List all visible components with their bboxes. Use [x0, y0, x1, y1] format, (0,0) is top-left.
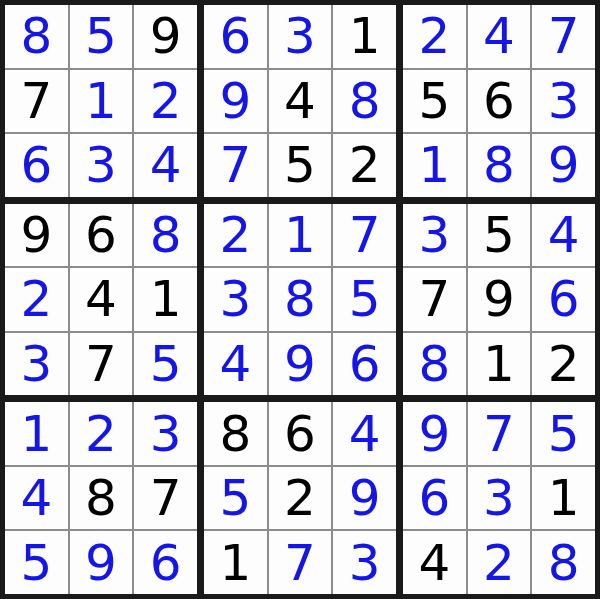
- box-1-1: 859712634: [5, 5, 197, 197]
- cell-r6c8[interactable]: 1: [468, 333, 531, 396]
- cell-r7c3[interactable]: 3: [134, 402, 197, 465]
- cell-r7c2[interactable]: 2: [70, 402, 133, 465]
- cell-r7c7[interactable]: 9: [403, 402, 466, 465]
- cell-r5c5[interactable]: 8: [269, 268, 332, 331]
- cell-r5c1[interactable]: 2: [5, 268, 68, 331]
- cell-r1c7[interactable]: 2: [403, 5, 466, 68]
- cell-r3c9[interactable]: 9: [532, 134, 595, 197]
- cell-r3c8[interactable]: 8: [468, 134, 531, 197]
- cell-r6c4[interactable]: 4: [204, 333, 267, 396]
- cell-r5c2[interactable]: 4: [70, 268, 133, 331]
- cell-r2c3[interactable]: 2: [134, 70, 197, 133]
- cell-r7c6[interactable]: 4: [333, 402, 396, 465]
- cell-r2c4[interactable]: 9: [204, 70, 267, 133]
- cell-r1c2[interactable]: 5: [70, 5, 133, 68]
- cell-r9c9[interactable]: 8: [532, 531, 595, 594]
- cell-r3c3[interactable]: 4: [134, 134, 197, 197]
- box-2-3: 354796812: [403, 204, 595, 396]
- cell-r6c1[interactable]: 3: [5, 333, 68, 396]
- cell-r2c8[interactable]: 6: [468, 70, 531, 133]
- cell-r1c1[interactable]: 8: [5, 5, 68, 68]
- cell-r5c9[interactable]: 6: [532, 268, 595, 331]
- cell-r8c3[interactable]: 7: [134, 467, 197, 530]
- box-2-1: 968241375: [5, 204, 197, 396]
- box-1-3: 247563189: [403, 5, 595, 197]
- cell-r8c2[interactable]: 8: [70, 467, 133, 530]
- cell-r4c5[interactable]: 1: [269, 204, 332, 267]
- cell-r2c7[interactable]: 5: [403, 70, 466, 133]
- cell-r8c7[interactable]: 6: [403, 467, 466, 530]
- cell-r3c7[interactable]: 1: [403, 134, 466, 197]
- cell-r8c9[interactable]: 1: [532, 467, 595, 530]
- cell-r2c6[interactable]: 8: [333, 70, 396, 133]
- cell-r1c8[interactable]: 4: [468, 5, 531, 68]
- cell-r9c5[interactable]: 7: [269, 531, 332, 594]
- cell-r3c1[interactable]: 6: [5, 134, 68, 197]
- cell-r8c6[interactable]: 9: [333, 467, 396, 530]
- cell-r2c2[interactable]: 1: [70, 70, 133, 133]
- cell-r6c6[interactable]: 6: [333, 333, 396, 396]
- cell-r2c5[interactable]: 4: [269, 70, 332, 133]
- cell-r9c8[interactable]: 2: [468, 531, 531, 594]
- cell-r5c6[interactable]: 5: [333, 268, 396, 331]
- sudoku-board: 8597126346319487522475631899682413752173…: [0, 0, 600, 599]
- cell-r6c9[interactable]: 2: [532, 333, 595, 396]
- cell-r7c4[interactable]: 8: [204, 402, 267, 465]
- cell-r3c4[interactable]: 7: [204, 134, 267, 197]
- cell-r1c6[interactable]: 1: [333, 5, 396, 68]
- cell-r4c9[interactable]: 4: [532, 204, 595, 267]
- cell-r1c9[interactable]: 7: [532, 5, 595, 68]
- box-3-2: 864529173: [204, 402, 396, 594]
- cell-r5c8[interactable]: 9: [468, 268, 531, 331]
- cell-r6c5[interactable]: 9: [269, 333, 332, 396]
- cell-r6c3[interactable]: 5: [134, 333, 197, 396]
- cell-r4c3[interactable]: 8: [134, 204, 197, 267]
- cell-r8c1[interactable]: 4: [5, 467, 68, 530]
- cell-r6c7[interactable]: 8: [403, 333, 466, 396]
- box-1-2: 631948752: [204, 5, 396, 197]
- cell-r2c1[interactable]: 7: [5, 70, 68, 133]
- cell-r8c8[interactable]: 3: [468, 467, 531, 530]
- box-2-2: 217385496: [204, 204, 396, 396]
- cell-r3c6[interactable]: 2: [333, 134, 396, 197]
- cell-r9c4[interactable]: 1: [204, 531, 267, 594]
- cell-r5c4[interactable]: 3: [204, 268, 267, 331]
- cell-r5c7[interactable]: 7: [403, 268, 466, 331]
- cell-r4c8[interactable]: 5: [468, 204, 531, 267]
- cell-r7c5[interactable]: 6: [269, 402, 332, 465]
- box-3-3: 975631428: [403, 402, 595, 594]
- cell-r7c8[interactable]: 7: [468, 402, 531, 465]
- cell-r7c1[interactable]: 1: [5, 402, 68, 465]
- cell-r9c2[interactable]: 9: [70, 531, 133, 594]
- cell-r4c6[interactable]: 7: [333, 204, 396, 267]
- cell-r2c9[interactable]: 3: [532, 70, 595, 133]
- cell-r8c4[interactable]: 5: [204, 467, 267, 530]
- cell-r3c5[interactable]: 5: [269, 134, 332, 197]
- cell-r4c7[interactable]: 3: [403, 204, 466, 267]
- cell-r5c3[interactable]: 1: [134, 268, 197, 331]
- cell-r4c1[interactable]: 9: [5, 204, 68, 267]
- cell-r3c2[interactable]: 3: [70, 134, 133, 197]
- cell-r9c3[interactable]: 6: [134, 531, 197, 594]
- cell-r4c4[interactable]: 2: [204, 204, 267, 267]
- cell-r1c3[interactable]: 9: [134, 5, 197, 68]
- box-3-1: 123487596: [5, 402, 197, 594]
- cell-r6c2[interactable]: 7: [70, 333, 133, 396]
- cell-r4c2[interactable]: 6: [70, 204, 133, 267]
- cell-r1c4[interactable]: 6: [204, 5, 267, 68]
- cell-r1c5[interactable]: 3: [269, 5, 332, 68]
- cell-r7c9[interactable]: 5: [532, 402, 595, 465]
- cell-r8c5[interactable]: 2: [269, 467, 332, 530]
- cell-r9c7[interactable]: 4: [403, 531, 466, 594]
- cell-r9c6[interactable]: 3: [333, 531, 396, 594]
- cell-r9c1[interactable]: 5: [5, 531, 68, 594]
